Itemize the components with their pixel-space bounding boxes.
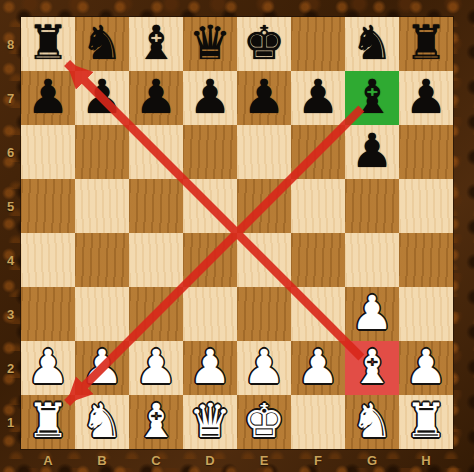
rank-labels: 87654321 — [0, 17, 21, 449]
square-b4[interactable] — [75, 233, 129, 287]
square-a5[interactable] — [21, 179, 75, 233]
square-b5[interactable] — [75, 179, 129, 233]
square-d8[interactable]: ♛ — [183, 17, 237, 71]
square-h6[interactable] — [399, 125, 453, 179]
rank-label-8: 8 — [0, 17, 21, 71]
square-h4[interactable] — [399, 233, 453, 287]
square-d6[interactable] — [183, 125, 237, 179]
piece-white-bishop-g2[interactable]: ♝ — [351, 343, 393, 390]
square-e6[interactable] — [237, 125, 291, 179]
square-g4[interactable] — [345, 233, 399, 287]
square-h7[interactable]: ♟ — [399, 71, 453, 125]
square-g1[interactable]: ♞ — [345, 395, 399, 449]
square-c2[interactable]: ♟ — [129, 341, 183, 395]
chess-board-frame: 87654321 ABCDEFGH ♜♞♝♛♚♞♜♟♟♟♟♟♟♝♟♟♟♟♟♟♟♟… — [0, 0, 474, 472]
piece-white-pawn-c2[interactable]: ♟ — [135, 343, 177, 390]
piece-white-pawn-d2[interactable]: ♟ — [189, 343, 231, 390]
square-a1[interactable]: ♜ — [21, 395, 75, 449]
file-label-b: B — [75, 449, 129, 472]
square-d2[interactable]: ♟ — [183, 341, 237, 395]
square-c4[interactable] — [129, 233, 183, 287]
square-c1[interactable]: ♝ — [129, 395, 183, 449]
square-e1[interactable]: ♚ — [237, 395, 291, 449]
square-a3[interactable] — [21, 287, 75, 341]
piece-white-bishop-c1[interactable]: ♝ — [135, 397, 177, 444]
piece-black-bishop-c8[interactable]: ♝ — [135, 19, 177, 66]
square-g2-highlight-red[interactable]: ♝ — [345, 341, 399, 395]
piece-black-pawn-f7[interactable]: ♟ — [297, 73, 339, 120]
square-f3[interactable] — [291, 287, 345, 341]
rank-label-4: 4 — [0, 233, 21, 287]
square-b8[interactable]: ♞ — [75, 17, 129, 71]
square-e3[interactable] — [237, 287, 291, 341]
piece-black-pawn-h7[interactable]: ♟ — [405, 73, 447, 120]
square-h8[interactable]: ♜ — [399, 17, 453, 71]
square-f2[interactable]: ♟ — [291, 341, 345, 395]
square-e4[interactable] — [237, 233, 291, 287]
piece-black-knight-b8[interactable]: ♞ — [81, 19, 123, 66]
square-b2[interactable]: ♟ — [75, 341, 129, 395]
square-c6[interactable] — [129, 125, 183, 179]
square-d1[interactable]: ♛ — [183, 395, 237, 449]
piece-white-king-e1[interactable]: ♚ — [243, 397, 285, 444]
piece-black-pawn-b7[interactable]: ♟ — [81, 73, 123, 120]
piece-white-pawn-h2[interactable]: ♟ — [405, 343, 447, 390]
square-h5[interactable] — [399, 179, 453, 233]
square-f5[interactable] — [291, 179, 345, 233]
rank-label-1: 1 — [0, 395, 21, 449]
square-g8[interactable]: ♞ — [345, 17, 399, 71]
square-d4[interactable] — [183, 233, 237, 287]
square-f1[interactable] — [291, 395, 345, 449]
square-b1[interactable]: ♞ — [75, 395, 129, 449]
square-h1[interactable]: ♜ — [399, 395, 453, 449]
square-a4[interactable] — [21, 233, 75, 287]
square-a2[interactable]: ♟ — [21, 341, 75, 395]
file-labels: ABCDEFGH — [21, 449, 453, 472]
piece-white-pawn-b2[interactable]: ♟ — [81, 343, 123, 390]
file-label-a: A — [21, 449, 75, 472]
square-h2[interactable]: ♟ — [399, 341, 453, 395]
piece-black-pawn-e7[interactable]: ♟ — [243, 73, 285, 120]
square-f8[interactable] — [291, 17, 345, 71]
square-g6[interactable]: ♟ — [345, 125, 399, 179]
square-g3[interactable]: ♟ — [345, 287, 399, 341]
square-d5[interactable] — [183, 179, 237, 233]
piece-white-knight-g1[interactable]: ♞ — [351, 397, 393, 444]
square-a6[interactable] — [21, 125, 75, 179]
piece-black-rook-a8[interactable]: ♜ — [27, 19, 69, 66]
piece-black-queen-d8[interactable]: ♛ — [189, 19, 231, 66]
square-e2[interactable]: ♟ — [237, 341, 291, 395]
square-a8[interactable]: ♜ — [21, 17, 75, 71]
square-g7-highlight-green[interactable]: ♝ — [345, 71, 399, 125]
square-f7[interactable]: ♟ — [291, 71, 345, 125]
piece-black-pawn-a7[interactable]: ♟ — [27, 73, 69, 120]
rank-label-7: 7 — [0, 71, 21, 125]
square-b3[interactable] — [75, 287, 129, 341]
piece-white-pawn-e2[interactable]: ♟ — [243, 343, 285, 390]
square-h3[interactable] — [399, 287, 453, 341]
piece-white-queen-d1[interactable]: ♛ — [189, 397, 231, 444]
rank-label-6: 6 — [0, 125, 21, 179]
file-label-f: F — [291, 449, 345, 472]
square-f6[interactable] — [291, 125, 345, 179]
square-c8[interactable]: ♝ — [129, 17, 183, 71]
square-b7[interactable]: ♟ — [75, 71, 129, 125]
rank-label-5: 5 — [0, 179, 21, 233]
square-d3[interactable] — [183, 287, 237, 341]
piece-white-pawn-g3[interactable]: ♟ — [351, 289, 393, 336]
rank-label-2: 2 — [0, 341, 21, 395]
piece-black-rook-h8[interactable]: ♜ — [405, 19, 447, 66]
square-e8[interactable]: ♚ — [237, 17, 291, 71]
piece-black-pawn-d7[interactable]: ♟ — [189, 73, 231, 120]
piece-black-pawn-g6[interactable]: ♟ — [351, 127, 393, 174]
file-label-h: H — [399, 449, 453, 472]
piece-black-pawn-c7[interactable]: ♟ — [135, 73, 177, 120]
square-g5[interactable] — [345, 179, 399, 233]
square-c7[interactable]: ♟ — [129, 71, 183, 125]
piece-black-knight-g8[interactable]: ♞ — [351, 19, 393, 66]
square-b6[interactable] — [75, 125, 129, 179]
file-label-e: E — [237, 449, 291, 472]
piece-white-pawn-a2[interactable]: ♟ — [27, 343, 69, 390]
piece-white-rook-h1[interactable]: ♜ — [405, 397, 447, 444]
square-c3[interactable] — [129, 287, 183, 341]
piece-black-king-e8[interactable]: ♚ — [243, 19, 285, 66]
rank-label-3: 3 — [0, 287, 21, 341]
chess-board: ♜♞♝♛♚♞♜♟♟♟♟♟♟♝♟♟♟♟♟♟♟♟♟♝♟♜♞♝♛♚♞♜ — [21, 17, 453, 449]
file-label-c: C — [129, 449, 183, 472]
square-e5[interactable] — [237, 179, 291, 233]
square-e7[interactable]: ♟ — [237, 71, 291, 125]
file-label-g: G — [345, 449, 399, 472]
square-d7[interactable]: ♟ — [183, 71, 237, 125]
square-f4[interactable] — [291, 233, 345, 287]
square-a7[interactable]: ♟ — [21, 71, 75, 125]
piece-white-pawn-f2[interactable]: ♟ — [297, 343, 339, 390]
file-label-d: D — [183, 449, 237, 472]
square-c5[interactable] — [129, 179, 183, 233]
piece-white-knight-b1[interactable]: ♞ — [81, 397, 123, 444]
piece-black-bishop-g7[interactable]: ♝ — [351, 73, 393, 120]
piece-white-rook-a1[interactable]: ♜ — [27, 397, 69, 444]
